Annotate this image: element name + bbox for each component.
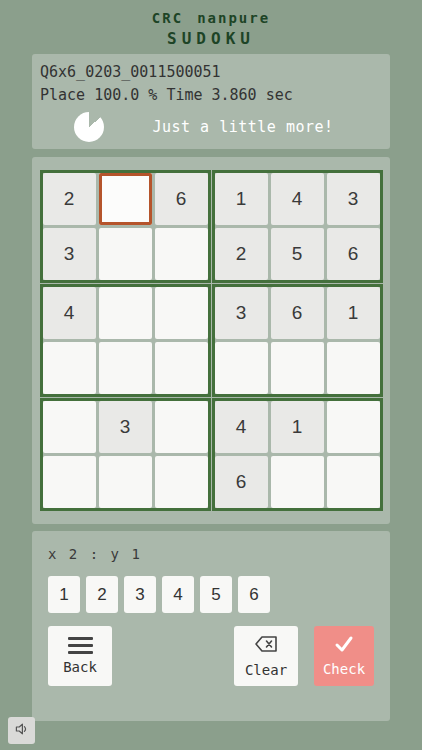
time-value: 3.860 sec [212,84,293,107]
cell-r5c1[interactable] [43,401,96,453]
cell-r5c6[interactable] [327,401,380,453]
app-name-text: nanpure [197,10,270,26]
numpad-button-1[interactable]: 1 [48,576,80,613]
sudoku-board: 26314325643613416 [40,170,383,511]
back-button[interactable]: Back [48,626,112,686]
cell-r3c6[interactable]: 1 [327,287,380,339]
box-r1c2: 143256 [212,170,383,283]
cell-r3c4[interactable]: 3 [215,287,268,339]
cell-r2c2[interactable] [99,228,152,280]
back-label: Back [63,659,97,675]
clear-button[interactable]: Clear [234,626,298,686]
place-value: 100.0 % [94,84,157,107]
app-title: SUDOKU [0,29,422,48]
numpad-button-4[interactable]: 4 [162,576,194,613]
cell-r2c3[interactable] [155,228,208,280]
cell-r1c4[interactable]: 1 [215,173,268,225]
speaker-icon [14,721,30,740]
check-button[interactable]: Check [314,626,374,686]
encouragement-message: Just a little more! [104,118,382,136]
cell-r3c3[interactable] [155,287,208,339]
cell-r5c3[interactable] [155,401,208,453]
cell-r4c3[interactable] [155,342,208,394]
time-label: Time [166,84,202,107]
cell-r2c4[interactable]: 2 [215,228,268,280]
cell-r4c4[interactable] [215,342,268,394]
cell-r4c2[interactable] [99,342,152,394]
cell-r4c6[interactable] [327,342,380,394]
cell-r3c5[interactable]: 6 [271,287,324,339]
cell-r6c6[interactable] [327,456,380,508]
encouragement-row: Just a little more! [40,112,382,142]
cell-r4c5[interactable] [271,342,324,394]
box-r2c2: 361 [212,284,383,397]
cell-r5c2[interactable]: 3 [99,401,152,453]
brand-text: CRC [152,10,183,26]
numpad: 1 2 3 4 5 6 [48,576,374,613]
box-r3c1: 3 [40,398,211,511]
coord-display: x 2 : y 1 [48,546,374,562]
menu-icon [68,637,93,654]
cell-r1c2[interactable] [99,173,152,225]
action-row: Back Clear Check [48,626,374,686]
clear-label: Clear [245,662,287,678]
control-panel: x 2 : y 1 1 2 3 4 5 6 Back Clear [32,531,390,721]
box-r1c1: 263 [40,170,211,283]
app-brand-line: CRCnanpure [0,10,422,26]
cell-r1c3[interactable]: 6 [155,173,208,225]
sound-button[interactable] [8,717,35,744]
cell-r6c5[interactable] [271,456,324,508]
puzzle-id: Q6x6_0203_0011500051 [40,61,382,84]
cell-r6c2[interactable] [99,456,152,508]
pie-timer-icon [74,112,104,142]
box-r3c2: 416 [212,398,383,511]
backspace-icon [253,634,279,657]
cell-r1c6[interactable]: 3 [327,173,380,225]
stats-line: Place 100.0 % Time 3.860 sec [40,84,382,107]
cell-r6c3[interactable] [155,456,208,508]
cell-r2c6[interactable]: 6 [327,228,380,280]
check-icon [332,635,356,656]
cell-r3c2[interactable] [99,287,152,339]
numpad-button-6[interactable]: 6 [238,576,270,613]
cell-r2c5[interactable]: 5 [271,228,324,280]
cell-r6c4[interactable]: 6 [215,456,268,508]
box-r2c1: 4 [40,284,211,397]
check-label: Check [323,661,365,677]
cell-r3c1[interactable]: 4 [43,287,96,339]
cell-r1c1[interactable]: 2 [43,173,96,225]
cell-r1c5[interactable]: 4 [271,173,324,225]
place-label: Place [40,84,85,107]
cell-r5c5[interactable]: 1 [271,401,324,453]
cell-r2c1[interactable]: 3 [43,228,96,280]
cell-r5c4[interactable]: 4 [215,401,268,453]
cell-r4c1[interactable] [43,342,96,394]
numpad-button-3[interactable]: 3 [124,576,156,613]
info-panel: Q6x6_0203_0011500051 Place 100.0 % Time … [32,54,390,149]
numpad-button-5[interactable]: 5 [200,576,232,613]
numpad-button-2[interactable]: 2 [86,576,118,613]
app-header: CRCnanpure SUDOKU [0,0,422,48]
grid-panel: 26314325643613416 [32,157,390,524]
cell-r6c1[interactable] [43,456,96,508]
